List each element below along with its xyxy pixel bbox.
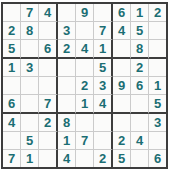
- cell-r6c2[interactable]: [21, 95, 39, 114]
- cell-r2c6[interactable]: 7: [94, 22, 113, 40]
- cell-r6c7[interactable]: [113, 95, 131, 114]
- cell-r7c7[interactable]: [113, 114, 131, 132]
- cell-r8c5[interactable]: 7: [76, 132, 94, 150]
- cell-r5c6[interactable]: 3: [94, 77, 113, 95]
- cell-r5c5[interactable]: 2: [76, 77, 94, 95]
- cell-r2c1[interactable]: 2: [3, 22, 21, 40]
- cell-r9c4[interactable]: 4: [58, 150, 76, 167]
- cell-r3c6[interactable]: 1: [94, 40, 113, 59]
- cell-r7c4[interactable]: 8: [58, 114, 76, 132]
- cell-r6c9[interactable]: 5: [149, 95, 166, 114]
- cell-r3c4[interactable]: 2: [58, 40, 76, 59]
- cell-r4c2[interactable]: 3: [21, 59, 39, 77]
- cell-r9c2[interactable]: 1: [21, 150, 39, 167]
- cell-r4c1[interactable]: 1: [3, 59, 21, 77]
- cell-r9c3[interactable]: [39, 150, 58, 167]
- cell-r7c5[interactable]: [76, 114, 94, 132]
- cell-r9c7[interactable]: 5: [113, 150, 131, 167]
- cell-r8c1[interactable]: [3, 132, 21, 150]
- cell-r6c3[interactable]: 7: [39, 95, 58, 114]
- cell-r4c4[interactable]: [58, 59, 76, 77]
- cell-r2c3[interactable]: [39, 22, 58, 40]
- cell-r5c9[interactable]: 1: [149, 77, 166, 95]
- cell-r4c7[interactable]: [113, 59, 131, 77]
- cell-r8c8[interactable]: 4: [131, 132, 149, 150]
- cell-r3c3[interactable]: 6: [39, 40, 58, 59]
- cell-r7c6[interactable]: [94, 114, 113, 132]
- cell-r3c9[interactable]: [149, 40, 166, 59]
- cell-r6c4[interactable]: [58, 95, 76, 114]
- cell-r8c6[interactable]: [94, 132, 113, 150]
- cell-r1c2[interactable]: 7: [21, 4, 39, 22]
- cell-r3c2[interactable]: [21, 40, 39, 59]
- cell-r7c9[interactable]: 3: [149, 114, 166, 132]
- cell-r9c1[interactable]: 7: [3, 150, 21, 167]
- cell-r6c6[interactable]: 4: [94, 95, 113, 114]
- cell-r8c4[interactable]: 1: [58, 132, 76, 150]
- cell-r8c9[interactable]: [149, 132, 166, 150]
- cell-r7c3[interactable]: 2: [39, 114, 58, 132]
- cell-r5c8[interactable]: 6: [131, 77, 149, 95]
- cell-r9c8[interactable]: [131, 150, 149, 167]
- cell-r4c9[interactable]: [149, 59, 166, 77]
- cell-r1c5[interactable]: 9: [76, 4, 94, 22]
- cell-r3c5[interactable]: 4: [76, 40, 94, 59]
- cell-r4c5[interactable]: [76, 59, 94, 77]
- cell-r9c6[interactable]: 2: [94, 150, 113, 167]
- cell-r5c3[interactable]: [39, 77, 58, 95]
- cell-r2c7[interactable]: 4: [113, 22, 131, 40]
- cell-r6c5[interactable]: 1: [76, 95, 94, 114]
- cell-r3c1[interactable]: 5: [3, 40, 21, 59]
- cell-r3c8[interactable]: 8: [131, 40, 149, 59]
- cell-r1c6[interactable]: [94, 4, 113, 22]
- cell-r4c3[interactable]: [39, 59, 58, 77]
- cell-r9c5[interactable]: [76, 150, 94, 167]
- cell-r2c2[interactable]: 8: [21, 22, 39, 40]
- cell-r4c6[interactable]: 5: [94, 59, 113, 77]
- cell-r9c9[interactable]: 6: [149, 150, 166, 167]
- cell-r5c7[interactable]: 9: [113, 77, 131, 95]
- cell-r8c2[interactable]: 5: [21, 132, 39, 150]
- cell-r2c5[interactable]: [76, 22, 94, 40]
- cell-r7c1[interactable]: 4: [3, 114, 21, 132]
- cell-r5c4[interactable]: [58, 77, 76, 95]
- cell-r7c2[interactable]: [21, 114, 39, 132]
- cell-r6c1[interactable]: 6: [3, 95, 21, 114]
- cell-r5c2[interactable]: [21, 77, 39, 95]
- cell-r1c4[interactable]: [58, 4, 76, 22]
- cell-r4c8[interactable]: 2: [131, 59, 149, 77]
- cell-r3c7[interactable]: [113, 40, 131, 59]
- cell-r5c1[interactable]: [3, 77, 21, 95]
- cell-r6c8[interactable]: [131, 95, 149, 114]
- cell-r8c7[interactable]: 2: [113, 132, 131, 150]
- cell-r8c3[interactable]: [39, 132, 58, 150]
- cell-r1c8[interactable]: 1: [131, 4, 149, 22]
- cell-r1c1[interactable]: [3, 4, 21, 22]
- cell-r7c8[interactable]: [131, 114, 149, 132]
- cell-r2c4[interactable]: 3: [58, 22, 76, 40]
- cell-r1c7[interactable]: 6: [113, 4, 131, 22]
- cell-r2c8[interactable]: 5: [131, 22, 149, 40]
- cell-r1c3[interactable]: 4: [39, 4, 58, 22]
- cell-r2c9[interactable]: [149, 22, 166, 40]
- sudoku-board: 7496122837455624181352239616714542835172…: [1, 2, 168, 169]
- cell-r1c9[interactable]: 2: [149, 4, 166, 22]
